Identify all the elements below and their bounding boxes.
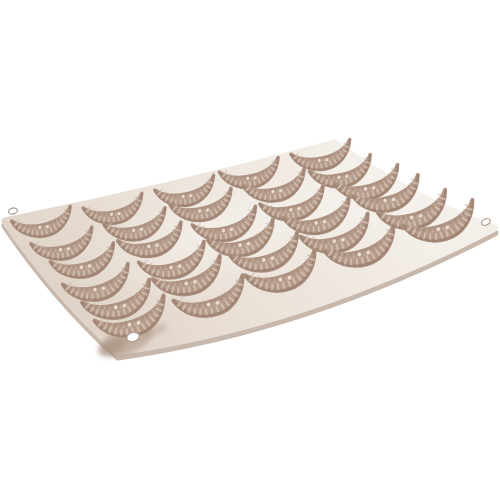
- hanging-hole-left: [8, 207, 18, 215]
- baking-mat-illustration: [0, 0, 500, 500]
- product-photo: [0, 0, 500, 500]
